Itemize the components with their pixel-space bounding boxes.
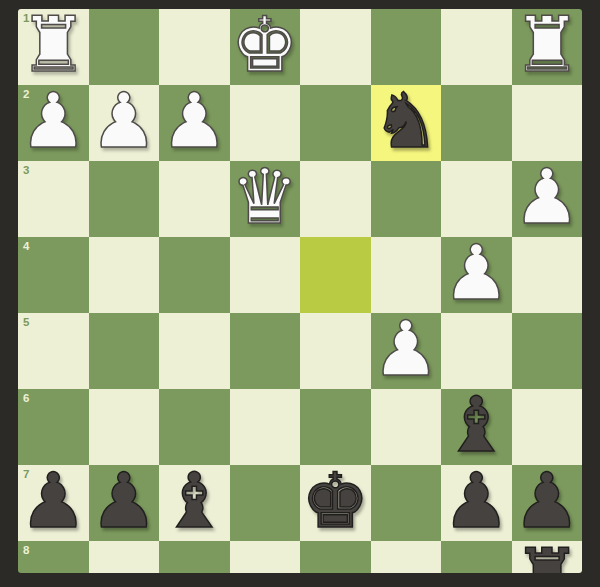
black-rook[interactable]: ♜: [513, 539, 581, 573]
square-d8[interactable]: d: [300, 541, 371, 573]
black-pawn[interactable]: ♟: [19, 463, 87, 539]
white-pawn[interactable]: ♟: [19, 83, 87, 159]
square-c5[interactable]: ♟: [371, 313, 442, 389]
square-b7[interactable]: ♟: [441, 465, 512, 541]
square-d6[interactable]: [300, 389, 371, 465]
square-c6[interactable]: [371, 389, 442, 465]
square-g5[interactable]: [89, 313, 160, 389]
square-f6[interactable]: [159, 389, 230, 465]
square-f3[interactable]: [159, 161, 230, 237]
square-h8[interactable]: 8h: [18, 541, 89, 573]
square-b8[interactable]: b: [441, 541, 512, 573]
white-pawn[interactable]: ♟: [442, 235, 510, 311]
square-e2[interactable]: [230, 85, 301, 161]
square-c8[interactable]: c: [371, 541, 442, 573]
white-rook[interactable]: ♜: [19, 9, 87, 83]
white-queen[interactable]: ♛: [231, 159, 299, 235]
white-rook[interactable]: ♜: [513, 9, 581, 83]
square-c4[interactable]: [371, 237, 442, 313]
square-e3[interactable]: ♛: [230, 161, 301, 237]
square-g2[interactable]: ♟: [89, 85, 160, 161]
white-pawn[interactable]: ♟: [90, 83, 158, 159]
white-pawn[interactable]: ♟: [372, 311, 440, 387]
square-b1[interactable]: [441, 9, 512, 85]
white-pawn[interactable]: ♟: [513, 159, 581, 235]
square-h5[interactable]: 5: [18, 313, 89, 389]
square-g1[interactable]: [89, 9, 160, 85]
square-a2[interactable]: [512, 85, 583, 161]
square-e7[interactable]: [230, 465, 301, 541]
square-d3[interactable]: [300, 161, 371, 237]
black-pawn[interactable]: ♟: [513, 463, 581, 539]
square-d5[interactable]: [300, 313, 371, 389]
square-h3[interactable]: 3: [18, 161, 89, 237]
black-bishop[interactable]: ♝: [160, 463, 228, 539]
square-d1[interactable]: [300, 9, 371, 85]
black-knight[interactable]: ♞: [372, 83, 440, 159]
black-pawn[interactable]: ♟: [90, 463, 158, 539]
square-e8[interactable]: e: [230, 541, 301, 573]
rank-label-6: 6: [23, 393, 29, 405]
square-g3[interactable]: [89, 161, 160, 237]
square-e4[interactable]: [230, 237, 301, 313]
rank-label-3: 3: [23, 165, 29, 177]
square-f8[interactable]: f: [159, 541, 230, 573]
square-a3[interactable]: ♟: [512, 161, 583, 237]
black-pawn[interactable]: ♟: [442, 463, 510, 539]
square-f7[interactable]: ♝: [159, 465, 230, 541]
square-a8[interactable]: a♜: [512, 541, 583, 573]
square-f5[interactable]: [159, 313, 230, 389]
rank-label-8: 8: [23, 545, 29, 557]
white-king[interactable]: ♚: [231, 9, 299, 83]
square-a4[interactable]: [512, 237, 583, 313]
square-a6[interactable]: [512, 389, 583, 465]
square-a5[interactable]: [512, 313, 583, 389]
square-e6[interactable]: [230, 389, 301, 465]
square-g6[interactable]: [89, 389, 160, 465]
square-g7[interactable]: ♟: [89, 465, 160, 541]
square-h6[interactable]: 6: [18, 389, 89, 465]
square-b4[interactable]: ♟: [441, 237, 512, 313]
square-e1[interactable]: ♚: [230, 9, 301, 85]
app-background: 1♜♚♜2♟♟♟♞3♛♟4♟5♟6♝7♟♟♝♚♟♟8hgfedcba♜: [0, 0, 600, 587]
square-b2[interactable]: [441, 85, 512, 161]
square-d7[interactable]: ♚: [300, 465, 371, 541]
chess-board: 1♜♚♜2♟♟♟♞3♛♟4♟5♟6♝7♟♟♝♚♟♟8hgfedcba♜: [18, 9, 582, 573]
square-h4[interactable]: 4: [18, 237, 89, 313]
square-e5[interactable]: [230, 313, 301, 389]
square-h2[interactable]: 2♟: [18, 85, 89, 161]
square-g4[interactable]: [89, 237, 160, 313]
black-bishop[interactable]: ♝: [442, 387, 510, 463]
square-a7[interactable]: ♟: [512, 465, 583, 541]
white-pawn[interactable]: ♟: [160, 83, 228, 159]
square-h7[interactable]: 7♟: [18, 465, 89, 541]
square-b3[interactable]: [441, 161, 512, 237]
square-c1[interactable]: [371, 9, 442, 85]
square-f2[interactable]: ♟: [159, 85, 230, 161]
rank-label-5: 5: [23, 317, 29, 329]
square-a1[interactable]: ♜: [512, 9, 583, 85]
square-b6[interactable]: ♝: [441, 389, 512, 465]
square-g8[interactable]: g: [89, 541, 160, 573]
square-b5[interactable]: [441, 313, 512, 389]
square-f1[interactable]: [159, 9, 230, 85]
square-h1[interactable]: 1♜: [18, 9, 89, 85]
square-c3[interactable]: [371, 161, 442, 237]
square-d2[interactable]: [300, 85, 371, 161]
square-c2[interactable]: ♞: [371, 85, 442, 161]
black-king[interactable]: ♚: [301, 463, 369, 539]
square-d4[interactable]: [300, 237, 371, 313]
rank-label-4: 4: [23, 241, 29, 253]
square-f4[interactable]: [159, 237, 230, 313]
square-c7[interactable]: [371, 465, 442, 541]
